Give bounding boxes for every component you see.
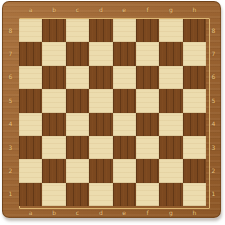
square-d6[interactable] [89,66,112,89]
square-h7[interactable] [183,42,206,65]
square-c1[interactable] [66,183,89,206]
square-c5[interactable] [66,89,89,112]
square-e4[interactable] [113,113,136,136]
square-f7[interactable] [136,42,159,65]
square-f2[interactable] [136,159,159,182]
square-f3[interactable] [136,136,159,159]
square-b4[interactable] [42,113,65,136]
square-e8[interactable] [113,19,136,42]
square-g6[interactable] [159,66,182,89]
square-c7[interactable] [66,42,89,65]
square-d3[interactable] [89,136,112,159]
square-c3[interactable] [66,136,89,159]
square-d4[interactable] [89,113,112,136]
square-b1[interactable] [42,183,65,206]
square-b6[interactable] [42,66,65,89]
square-g1[interactable] [159,183,182,206]
square-g2[interactable] [159,159,182,182]
square-f8[interactable] [136,19,159,42]
square-h1[interactable] [183,183,206,206]
square-a7[interactable] [19,42,42,65]
square-h8[interactable] [183,19,206,42]
square-c4[interactable] [66,113,89,136]
square-b7[interactable] [42,42,65,65]
square-e6[interactable] [113,66,136,89]
square-a4[interactable] [19,113,42,136]
square-a5[interactable] [19,89,42,112]
square-h2[interactable] [183,159,206,182]
square-d1[interactable] [89,183,112,206]
product-photo-background: abcdefgh 87654321 87654321 abcdefgh [0,0,225,225]
square-f4[interactable] [136,113,159,136]
square-d8[interactable] [89,19,112,42]
square-a1[interactable] [19,183,42,206]
square-b5[interactable] [42,89,65,112]
square-g7[interactable] [159,42,182,65]
square-f1[interactable] [136,183,159,206]
square-f6[interactable] [136,66,159,89]
square-f5[interactable] [136,89,159,112]
square-g4[interactable] [159,113,182,136]
square-b3[interactable] [42,136,65,159]
square-d5[interactable] [89,89,112,112]
square-g5[interactable] [159,89,182,112]
square-h3[interactable] [183,136,206,159]
square-d2[interactable] [89,159,112,182]
square-a6[interactable] [19,66,42,89]
chess-board-grid [19,19,206,206]
square-h5[interactable] [183,89,206,112]
square-a3[interactable] [19,136,42,159]
square-e2[interactable] [113,159,136,182]
square-b8[interactable] [42,19,65,42]
square-b2[interactable] [42,159,65,182]
square-e7[interactable] [113,42,136,65]
square-c8[interactable] [66,19,89,42]
square-g3[interactable] [159,136,182,159]
square-e1[interactable] [113,183,136,206]
square-e3[interactable] [113,136,136,159]
square-e5[interactable] [113,89,136,112]
square-a8[interactable] [19,19,42,42]
square-d7[interactable] [89,42,112,65]
square-c6[interactable] [66,66,89,89]
square-c2[interactable] [66,159,89,182]
square-g8[interactable] [159,19,182,42]
square-h6[interactable] [183,66,206,89]
square-h4[interactable] [183,113,206,136]
square-a2[interactable] [19,159,42,182]
